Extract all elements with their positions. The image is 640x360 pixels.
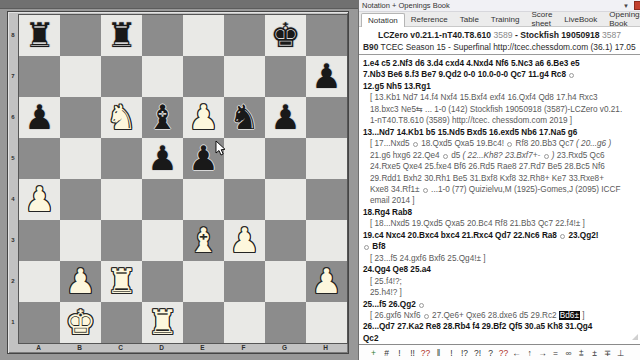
- move-text[interactable]: 23.Qg2!: [566, 231, 598, 240]
- square-c8[interactable]: ♜: [101, 15, 142, 56]
- variation-line[interactable]: email 2014 ]: [362, 195, 638, 206]
- mainline-moves[interactable]: Qc2: [362, 333, 638, 344]
- mainline-moves[interactable]: Bf8: [362, 241, 638, 252]
- resize-grip-icon[interactable]: [632, 334, 638, 340]
- livebook-icon[interactable]: [569, 73, 574, 78]
- square-e7[interactable]: [183, 56, 224, 97]
- move-text[interactable]: 25...f5 26.Qg2: [363, 300, 418, 309]
- rank-label: 1: [8, 301, 18, 342]
- black-knight-f6[interactable]: ♞: [229, 97, 259, 138]
- annotation-symbol-button[interactable]: ⩲: [575, 348, 588, 359]
- square-f1[interactable]: [224, 302, 265, 343]
- move-text[interactable]: 12.g5 Nh5 13.Rg1: [363, 82, 431, 91]
- livebook-icon[interactable]: [423, 188, 428, 193]
- tab-reference[interactable]: Reference: [405, 12, 454, 26]
- white-pawn-f3[interactable]: ♟: [229, 220, 259, 261]
- move-text[interactable]: 18.Qxd5 Qxa5 19.Bc4!: [419, 139, 506, 148]
- white-player-name: LCZero v0.21.1-nT40.T8.610: [378, 30, 491, 40]
- annotation-symbol-button[interactable]: #: [380, 348, 393, 358]
- square-a7[interactable]: [19, 56, 60, 97]
- tab-score-sheet[interactable]: Score sheet: [525, 12, 558, 26]
- square-h4[interactable]: [306, 179, 347, 220]
- black-pawn-d5[interactable]: ♟: [147, 138, 177, 179]
- sub-variation[interactable]: ( 20...g6 ): [576, 139, 611, 148]
- move-text[interactable]: 27.Qe6+ Qxe6 28.dxe6 d5 29.Rc2: [430, 311, 559, 320]
- square-f3[interactable]: ♟: [224, 220, 265, 261]
- tab-training[interactable]: Training: [485, 12, 526, 26]
- board-pane: 87654321♜♜♚♟♟♞♝♟♞♟♟♟♟♝♟♟♜♟♚♜ABCDEFGH: [0, 0, 358, 360]
- square-c6[interactable]: ♞: [101, 97, 142, 138]
- annotation-symbol-button[interactable]: ±: [588, 348, 601, 358]
- rank-label: 6: [8, 96, 18, 137]
- variation-line[interactable]: [ 18...Nxd5 19.Qxd5 Qxa5 20.Bc4 Rf8 21.B…: [362, 218, 638, 229]
- file-label: E: [182, 342, 223, 353]
- square-d8[interactable]: [142, 15, 183, 56]
- annotation-symbol-button[interactable]: !?: [458, 348, 471, 358]
- variation-line[interactable]: 29.Rdd1 Bxh2 30.Rh1 Be5 31.Bxf8 Kxf8 32.…: [362, 173, 638, 184]
- players-line: LCZero v0.21.1-nT40.T8.610 3589 - Stockf…: [363, 30, 636, 40]
- rank-label: 5: [8, 137, 18, 178]
- annotation-symbol-button[interactable]: ‖: [432, 348, 445, 358]
- livebook-icon[interactable]: [413, 142, 418, 147]
- square-h8[interactable]: [306, 15, 347, 56]
- move-text[interactable]: 25.h4!? ]: [370, 288, 402, 297]
- black-pawn-a6[interactable]: ♟: [24, 97, 54, 138]
- move-text[interactable]: 1.e4 c5 2.Nf3 d6 3.d4 cxd4 4.Nxd4 Nf6 5.…: [363, 59, 580, 68]
- square-a8[interactable]: ♜: [19, 15, 60, 56]
- mainline-moves[interactable]: 24.Qg4 Qe8 25.a4: [362, 264, 638, 275]
- players-separator: -: [515, 30, 518, 40]
- livebook-icon[interactable]: [424, 314, 429, 319]
- variation-line[interactable]: 18.bxc3 Ne5⇆ ... 1-0 (142) Stockfish 190…: [362, 104, 638, 115]
- square-h6[interactable]: [306, 97, 347, 138]
- chess-board: ♜♜♚♟♟♞♝♟♞♟♟♟♟♝♟♟♜♟♚♜: [18, 14, 348, 344]
- move-text[interactable]: email 2014 ]: [370, 196, 415, 205]
- annotation-symbol-toolbar: +#!!!??‖!!??!???←↑→=∞⩲±∓⊥: [359, 344, 640, 360]
- move-text[interactable]: 23.Rxd5 Qc6: [555, 151, 605, 160]
- black-rook-a8[interactable]: ♜: [24, 15, 54, 56]
- eco-code: B90: [363, 42, 378, 52]
- white-pawn-e6[interactable]: ♟: [188, 97, 218, 138]
- variation-line[interactable]: Kxe8 34.Rf1± ...1-0 (77) Quizielvu,M (19…: [362, 184, 638, 195]
- notation-panel: Notation + Openings Book ▼ NotationRefer…: [358, 0, 640, 360]
- square-e3[interactable]: ♝: [183, 220, 224, 261]
- annotation-symbol-button[interactable]: →: [536, 348, 549, 358]
- square-f2[interactable]: [224, 261, 265, 302]
- move-text[interactable]: 29.Rdd1 Bxh2 30.Rh1 Be5 31.Bxf8 Kxf8 32.…: [370, 174, 604, 183]
- move-text[interactable]: [ 23...f5 24.gxf6 Bxf6 25.Qg4!± ]: [370, 254, 486, 263]
- square-c1[interactable]: [101, 302, 142, 343]
- annotation-symbol-button[interactable]: ??: [497, 348, 510, 358]
- square-b5[interactable]: [60, 138, 101, 179]
- square-b8[interactable]: [60, 15, 101, 56]
- tab-livebook[interactable]: LiveBook: [558, 12, 603, 26]
- variation-line[interactable]: 1-nT40.T8.610 (3589) http://tcec. chessd…: [362, 115, 638, 126]
- livebook-icon[interactable]: [419, 303, 424, 308]
- annotation-symbol-button[interactable]: ∞: [562, 348, 575, 358]
- square-d1[interactable]: ♜: [142, 302, 183, 343]
- square-f4[interactable]: [224, 179, 265, 220]
- variation-line[interactable]: [ 25.f4!?;: [362, 276, 638, 287]
- square-e6[interactable]: ♟: [183, 97, 224, 138]
- mainline-moves[interactable]: 19.c4 Nxc4 20.Bxc4 bxc4 21.Rxc4 Qd7 22.N…: [362, 230, 638, 241]
- move-text[interactable]: Rf8 20.Bb3 Qc7: [513, 139, 576, 148]
- square-c4[interactable]: [101, 179, 142, 220]
- move-text[interactable]: 19.c4 Nxc4 20.Bxc4 bxc4 21.Rxc4 Qd7 22.N…: [363, 231, 559, 240]
- file-label: A: [18, 342, 59, 353]
- move-text[interactable]: [ 13.Kb1 Nd7 14.f4 Nxf4 15.Bxf4 exf4 16.…: [370, 93, 598, 102]
- move-text[interactable]: [ 17...Nxd5: [370, 139, 412, 148]
- square-g7[interactable]: [265, 56, 306, 97]
- chess-board-frame: 87654321♜♜♚♟♟♞♝♟♞♟♟♟♟♝♟♟♜♟♚♜ABCDEFGH: [7, 11, 349, 354]
- move-text[interactable]: ...1-0 (77) Quizielvu,M (1925)-Gomes,J (…: [429, 185, 621, 194]
- white-elo: 3589: [493, 30, 512, 40]
- black-elo: 3587: [602, 30, 621, 40]
- annotation-symbol-button[interactable]: ⊥: [614, 348, 627, 358]
- white-bishop-e3[interactable]: ♝: [188, 220, 218, 261]
- square-h7[interactable]: ♟: [306, 56, 347, 97]
- move-text[interactable]: 13...Nd7 14.Kb1 b5 15.Nd5 Bxd5 16.exd5 N…: [363, 128, 577, 137]
- move-text[interactable]: d5: [449, 151, 463, 160]
- annotation-symbol-button[interactable]: ?!: [471, 348, 484, 358]
- square-b6[interactable]: [60, 97, 101, 138]
- move-text[interactable]: [ 18...Nxd5 19.Qxd5 Qxa5 20.Bc4 Rf8 21.B…: [370, 219, 585, 228]
- mainline-moves[interactable]: 12.g5 Nh5 13.Rg1: [362, 81, 638, 92]
- move-text[interactable]: 24.Qg4 Qe8 25.a4: [363, 265, 431, 274]
- square-b3[interactable]: [60, 220, 101, 261]
- square-h2[interactable]: ♟: [306, 261, 347, 302]
- move-text[interactable]: Kxe8 34.Rf1±: [370, 185, 422, 194]
- square-c7[interactable]: [101, 56, 142, 97]
- rank-label: 4: [8, 178, 18, 219]
- tab-table[interactable]: Table: [454, 12, 485, 26]
- mainline-moves[interactable]: 1.e4 c5 2.Nf3 d6 3.d4 cxd4 4.Nxd4 Nf6 5.…: [362, 58, 638, 69]
- move-text[interactable]: 18.Rg4 Rab8: [363, 208, 412, 217]
- square-b1[interactable]: ♚: [60, 302, 101, 343]
- black-bishop-d6[interactable]: ♝: [147, 97, 177, 138]
- file-label: G: [264, 342, 305, 353]
- close-icon[interactable]: [634, 1, 640, 10]
- mainline-moves[interactable]: 25...f5 26.Qg2: [362, 299, 638, 310]
- square-a5[interactable]: [19, 138, 60, 179]
- rank-label: 8: [8, 14, 18, 55]
- variation-line[interactable]: 24.Rxe5 Qxe4 25.fxe4 Bf6 26.Rd5 Rae8 27.…: [362, 161, 638, 172]
- file-label: F: [223, 342, 264, 353]
- game-header: LCZero v0.21.1-nT40.T8.610 3589 - Stockf…: [359, 27, 640, 55]
- sub-variation[interactable]: ( 22...Kh8? 23.Bxf7+-: [463, 151, 543, 160]
- square-a1[interactable]: [19, 302, 60, 343]
- square-g6[interactable]: ♟: [265, 97, 306, 138]
- white-king-b1[interactable]: ♚: [65, 302, 95, 343]
- panel-title-bar: Notation + Openings Book ▼: [359, 0, 640, 12]
- selected-move[interactable]: Bd6±: [559, 311, 580, 320]
- square-b7[interactable]: [60, 56, 101, 97]
- square-b4[interactable]: [60, 179, 101, 220]
- square-f7[interactable]: [224, 56, 265, 97]
- square-g2[interactable]: [265, 261, 306, 302]
- variation-line[interactable]: [ 23...f5 24.gxf6 Bxf6 25.Qg4!± ]: [362, 253, 638, 264]
- variation-line[interactable]: 25.h4!? ]: [362, 287, 638, 298]
- black-pawn-g6[interactable]: ♟: [270, 97, 300, 138]
- square-e2[interactable]: [183, 261, 224, 302]
- tab-notation[interactable]: Notation: [361, 13, 405, 27]
- square-e1[interactable]: [183, 302, 224, 343]
- rank-label: 3: [8, 219, 18, 260]
- event-line: B90 TCEC Season 15 - Superfinal http://t…: [363, 42, 636, 52]
- square-d4[interactable]: [142, 179, 183, 220]
- window-top-strip: [0, 0, 358, 9]
- rank-label: 7: [8, 55, 18, 96]
- livebook-icon[interactable]: [544, 154, 549, 159]
- white-rook-d1[interactable]: ♜: [147, 302, 177, 343]
- square-g1[interactable]: [265, 302, 306, 343]
- square-f6[interactable]: ♞: [224, 97, 265, 138]
- white-pawn-h2[interactable]: ♟: [311, 261, 341, 302]
- move-text[interactable]: ]: [580, 311, 585, 320]
- mouse-cursor-icon: [215, 141, 227, 161]
- square-d7[interactable]: [142, 56, 183, 97]
- file-label: H: [305, 342, 346, 353]
- tab-bar: NotationReferenceTableTrainingScore shee…: [359, 12, 640, 27]
- mainline-moves[interactable]: 13...Nd7 14.Kb1 b5 15.Nd5 Bxd5 16.exd5 N…: [362, 127, 638, 138]
- annotation-symbol-button[interactable]: !: [445, 348, 458, 358]
- square-g8[interactable]: ♚: [265, 15, 306, 56]
- livebook-icon[interactable]: [507, 142, 512, 147]
- move-text[interactable]: [ 26.gxf6 Nxf6: [370, 311, 423, 320]
- white-pawn-a4[interactable]: ♟: [24, 179, 54, 220]
- square-a3[interactable]: [19, 220, 60, 261]
- livebook-icon[interactable]: [364, 245, 369, 250]
- move-text[interactable]: 24.Rxe5 Qxe4 25.fxe4 Bf6 26.Rd5 Rae8 27.…: [370, 162, 605, 171]
- square-g5[interactable]: [265, 138, 306, 179]
- white-pawn-b2[interactable]: ♟: [65, 261, 95, 302]
- variation-line[interactable]: [ 17...Nxd5 18.Qxd5 Qxa5 19.Bc4! Rf8 20.…: [362, 138, 638, 149]
- square-h3[interactable]: [306, 220, 347, 261]
- annotation-symbol-button[interactable]: =: [549, 348, 562, 358]
- panel-title: Notation + Openings Book: [362, 1, 450, 10]
- annotation-symbol-button[interactable]: ←: [510, 348, 523, 358]
- variation-line[interactable]: 21.g6 hxg6 22.Qe4 d5 ( 22...Kh8? 23.Bxf7…: [362, 150, 638, 161]
- square-f8[interactable]: [224, 15, 265, 56]
- variation-line[interactable]: [ 13.Kb1 Nd7 14.f4 Nxf4 15.Bxf4 exf4 16.…: [362, 92, 638, 103]
- square-b2[interactable]: ♟: [60, 261, 101, 302]
- square-h5[interactable]: [306, 138, 347, 179]
- file-label: D: [141, 342, 182, 353]
- variation-line[interactable]: [ 26.gxf6 Nxf6 27.Qe6+ Qxe6 28.dxe6 d5 2…: [362, 310, 638, 321]
- move-text[interactable]: 26...Qd7 27.Ka2 Re8 28.Rb4 f4 29.Bf2 Qf5…: [363, 322, 592, 331]
- event-info: TCEC Season 15 - Superfinal http://tcec.…: [381, 42, 636, 52]
- move-text[interactable]: Qc2: [363, 334, 378, 343]
- file-label: C: [100, 342, 141, 353]
- annotation-symbol-button[interactable]: ↑: [523, 348, 536, 358]
- move-text[interactable]: 1-nT40.T8.610 (3589) http://tcec. chessd…: [370, 116, 572, 125]
- chevron-down-icon[interactable]: ▼: [623, 3, 629, 9]
- annotation-symbol-button[interactable]: !: [393, 348, 406, 358]
- black-king-g8[interactable]: ♚: [270, 15, 300, 56]
- move-text[interactable]: 21.g6 hxg6 22.Qe4: [370, 151, 442, 160]
- move-text[interactable]: 7.Nb3 Be6 8.f3 Be7 9.Qd2 0-0 10.0-0-0 Qc…: [363, 70, 568, 79]
- square-e8[interactable]: [183, 15, 224, 56]
- black-player-name: Stockfish 19050918: [520, 30, 599, 40]
- black-rook-c8[interactable]: ♜: [106, 15, 136, 56]
- move-text[interactable]: [ 25.f4!?;: [370, 277, 402, 286]
- mainline-moves[interactable]: 26...Qd7 27.Ka2 Re8 28.Rb4 f4 29.Bf2 Qf5…: [362, 321, 638, 332]
- tab-openings-book[interactable]: Openings Book: [603, 12, 640, 26]
- square-c2[interactable]: ♜: [101, 261, 142, 302]
- square-a4[interactable]: ♟: [19, 179, 60, 220]
- notation-body: 1.e4 c5 2.Nf3 d6 3.d4 cxd4 4.Nxd4 Nf6 5.…: [359, 55, 640, 344]
- square-g3[interactable]: [265, 220, 306, 261]
- square-a2[interactable]: [19, 261, 60, 302]
- annotation-symbol-button[interactable]: +: [367, 348, 380, 358]
- livebook-icon[interactable]: [443, 154, 448, 159]
- square-d6[interactable]: ♝: [142, 97, 183, 138]
- annotation-symbol-button[interactable]: ∓: [601, 348, 614, 358]
- file-label: B: [59, 342, 100, 353]
- black-pawn-h7[interactable]: ♟: [311, 56, 341, 97]
- square-d5[interactable]: ♟: [142, 138, 183, 179]
- square-h1[interactable]: [306, 302, 347, 343]
- mainline-moves[interactable]: 18.Rg4 Rab8: [362, 207, 638, 218]
- move-text[interactable]: Bf8: [370, 242, 385, 251]
- mainline-moves[interactable]: 7.Nb3 Be6 8.f3 Be7 9.Qd2 0-0 10.0-0-0 Qc…: [362, 69, 638, 80]
- square-d3[interactable]: [142, 220, 183, 261]
- square-d2[interactable]: [142, 261, 183, 302]
- square-a6[interactable]: ♟: [19, 97, 60, 138]
- annotation-symbol-button[interactable]: !!: [406, 348, 419, 358]
- white-knight-c6[interactable]: ♞: [106, 97, 136, 138]
- square-f5[interactable]: [224, 138, 265, 179]
- white-rook-c2[interactable]: ♜: [106, 261, 136, 302]
- livebook-icon[interactable]: [560, 234, 565, 239]
- square-g4[interactable]: [265, 179, 306, 220]
- move-text[interactable]: 18.bxc3 Ne5⇆ ... 1-0 (142) Stockfish 190…: [370, 105, 622, 114]
- square-e4[interactable]: [183, 179, 224, 220]
- annotation-symbol-button[interactable]: ?: [484, 348, 497, 358]
- square-c5[interactable]: [101, 138, 142, 179]
- annotation-symbol-button[interactable]: ??: [419, 348, 432, 358]
- rank-label: 2: [8, 260, 18, 301]
- square-c3[interactable]: [101, 220, 142, 261]
